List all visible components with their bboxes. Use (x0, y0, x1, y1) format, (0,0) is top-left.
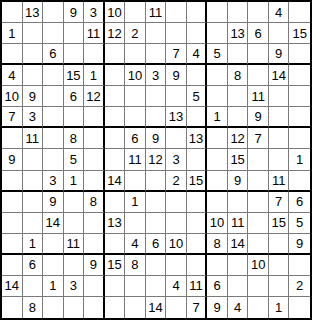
cell-r10c6[interactable] (105, 192, 126, 213)
cell-r9c7[interactable] (125, 171, 146, 192)
cell-r15c5[interactable] (84, 297, 105, 318)
cell-r13c9[interactable] (166, 255, 187, 276)
cell-r1c6: 10 (105, 2, 126, 23)
cell-r15c11: 9 (207, 297, 228, 318)
given-digit: 6 (255, 27, 262, 40)
cell-r7c1[interactable] (2, 128, 23, 149)
cell-r1c11[interactable] (207, 2, 228, 23)
cell-r5c15[interactable] (289, 86, 310, 107)
cell-r1c8: 11 (146, 2, 167, 23)
cell-r9c3: 3 (43, 171, 64, 192)
cell-r5c14[interactable] (269, 86, 290, 107)
cell-r8c2[interactable] (23, 149, 44, 170)
given-digit: 12 (148, 153, 162, 166)
cell-r1c14: 4 (269, 2, 290, 23)
cell-r8c14[interactable] (269, 149, 290, 170)
cell-r15c13[interactable] (248, 297, 269, 318)
given-digit: 12 (230, 132, 244, 145)
cell-r2c9[interactable] (166, 23, 187, 44)
given-digit: 1 (49, 279, 56, 292)
cell-r10c11[interactable] (207, 192, 228, 213)
cell-r4c11[interactable] (207, 65, 228, 86)
cell-r4c15[interactable] (289, 65, 310, 86)
cell-r10c4[interactable] (64, 192, 85, 213)
cell-r1c4: 9 (64, 2, 85, 23)
given-digit: 11 (231, 216, 245, 229)
cell-r10c14: 7 (269, 192, 290, 213)
cell-r11c11: 10 (207, 213, 228, 234)
cell-r13c13: 10 (248, 255, 269, 276)
cell-r6c3[interactable] (43, 107, 64, 128)
given-digit: 1 (296, 153, 303, 166)
cell-r2c4[interactable] (64, 23, 85, 44)
cell-r5c5: 12 (84, 86, 105, 107)
cell-r5c11[interactable] (207, 86, 228, 107)
cell-r11c6: 13 (105, 213, 126, 234)
given-digit: 1 (275, 301, 282, 314)
cell-r4c10[interactable] (187, 65, 208, 86)
cell-r4c14: 14 (269, 65, 290, 86)
given-digit: 1 (131, 195, 138, 208)
cell-r13c14[interactable] (269, 255, 290, 276)
cell-r12c13[interactable] (248, 234, 269, 255)
given-digit: 9 (255, 110, 262, 123)
cell-r11c7[interactable] (125, 213, 146, 234)
cell-r14c1: 14 (2, 276, 23, 297)
sudoku-board: 1393101141111221361567459415110398141096… (0, 0, 312, 320)
given-digit: 2 (296, 279, 303, 292)
given-digit: 11 (67, 237, 81, 250)
given-digit: 9 (234, 174, 241, 187)
given-digit: 2 (172, 174, 179, 187)
given-digit: 4 (192, 47, 199, 60)
cell-r8c3[interactable] (43, 149, 64, 170)
given-digit: 1 (8, 27, 15, 40)
cell-r10c10[interactable] (187, 192, 208, 213)
given-digit: 9 (152, 132, 159, 145)
cell-r12c1[interactable] (2, 234, 23, 255)
cell-r5c1: 10 (2, 86, 23, 107)
cell-r11c14: 15 (269, 213, 290, 234)
given-digit: 4 (131, 237, 138, 250)
cell-r10c5: 8 (84, 192, 105, 213)
cell-r13c1[interactable] (2, 255, 23, 276)
given-digit: 9 (90, 258, 97, 271)
cell-r3c9: 7 (166, 44, 187, 65)
given-digit: 15 (292, 27, 306, 40)
cell-r14c8[interactable] (146, 276, 167, 297)
cell-r12c12: 14 (228, 234, 249, 255)
given-digit: 11 (149, 6, 163, 19)
cell-r3c7[interactable] (125, 44, 146, 65)
given-digit: 11 (272, 174, 286, 187)
cell-r4c9: 9 (166, 65, 187, 86)
cell-r12c2: 1 (23, 234, 44, 255)
cell-r15c10: 7 (187, 297, 208, 318)
given-digit: 5 (213, 47, 220, 60)
cell-r15c6[interactable] (105, 297, 126, 318)
cell-r6c13: 9 (248, 107, 269, 128)
cell-r1c5: 3 (84, 2, 105, 23)
cell-r8c12: 15 (228, 149, 249, 170)
given-digit: 12 (107, 27, 121, 40)
given-digit: 6 (152, 237, 159, 250)
cell-r7c5[interactable] (84, 128, 105, 149)
given-digit: 14 (46, 216, 60, 229)
cell-r10c8[interactable] (146, 192, 167, 213)
cell-r2c14[interactable] (269, 23, 290, 44)
given-digit: 13 (169, 110, 183, 123)
given-digit: 9 (29, 90, 36, 103)
cell-r15c14: 1 (269, 297, 290, 318)
cell-r7c15[interactable] (289, 128, 310, 149)
cell-r9c13[interactable] (248, 171, 269, 192)
given-digit: 6 (213, 279, 220, 292)
cell-r12c9: 10 (166, 234, 187, 255)
cell-r14c15: 2 (289, 276, 310, 297)
cell-r9c5[interactable] (84, 171, 105, 192)
given-digit: 3 (172, 153, 179, 166)
cell-r14c10: 11 (187, 276, 208, 297)
cell-r2c12: 13 (228, 23, 249, 44)
cell-r3c4[interactable] (64, 44, 85, 65)
cell-r4c8: 3 (146, 65, 167, 86)
cell-r10c9[interactable] (166, 192, 187, 213)
cell-r13c2: 6 (23, 255, 44, 276)
cell-r15c15[interactable] (289, 297, 310, 318)
cell-r15c1[interactable] (2, 297, 23, 318)
cell-r2c11[interactable] (207, 23, 228, 44)
cell-r8c4: 5 (64, 149, 85, 170)
cell-r6c11: 1 (207, 107, 228, 128)
cell-r13c3[interactable] (43, 255, 64, 276)
given-digit: 9 (49, 195, 56, 208)
given-digit: 4 (172, 279, 179, 292)
cell-r13c8[interactable] (146, 255, 167, 276)
given-digit: 10 (169, 237, 183, 250)
cell-r6c15[interactable] (289, 107, 310, 128)
cell-r13c5: 9 (84, 255, 105, 276)
cell-r10c1[interactable] (2, 192, 23, 213)
cell-r14c14[interactable] (269, 276, 290, 297)
cell-r4c2[interactable] (23, 65, 44, 86)
cell-r14c3: 1 (43, 276, 64, 297)
cell-r2c13: 6 (248, 23, 269, 44)
cell-r7c4: 8 (64, 128, 85, 149)
cell-r9c14: 11 (269, 171, 290, 192)
cell-r1c7[interactable] (125, 2, 146, 23)
given-digit: 7 (255, 132, 262, 145)
given-digit: 5 (296, 216, 303, 229)
cell-r5c3[interactable] (43, 86, 64, 107)
cell-r1c12[interactable] (228, 2, 249, 23)
cell-r11c2[interactable] (23, 213, 44, 234)
cell-r11c8[interactable] (146, 213, 167, 234)
cell-r4c3[interactable] (43, 65, 64, 86)
given-digit: 11 (87, 27, 101, 40)
given-digit: 4 (275, 6, 282, 19)
cell-r12c11: 8 (207, 234, 228, 255)
given-digit: 10 (251, 258, 265, 271)
given-digit: 8 (90, 195, 97, 208)
given-digit: 3 (90, 6, 97, 19)
cell-r13c10[interactable] (187, 255, 208, 276)
cell-r10c15: 6 (289, 192, 310, 213)
cell-r12c6[interactable] (105, 234, 126, 255)
cell-r13c4[interactable] (64, 255, 85, 276)
given-digit: 15 (271, 216, 285, 229)
given-digit: 14 (230, 237, 244, 250)
cell-r2c3[interactable] (43, 23, 64, 44)
cell-r1c15[interactable] (289, 2, 310, 23)
given-digit: 14 (5, 279, 19, 292)
given-digit: 9 (296, 237, 303, 250)
cell-r10c12[interactable] (228, 192, 249, 213)
cell-r7c11[interactable] (207, 128, 228, 149)
cell-r13c12[interactable] (228, 255, 249, 276)
cell-r4c4: 15 (64, 65, 85, 86)
cell-r5c10: 5 (187, 86, 208, 107)
given-digit: 7 (192, 301, 199, 314)
cell-r2c10[interactable] (187, 23, 208, 44)
given-digit: 11 (128, 153, 142, 166)
cell-r13c15[interactable] (289, 255, 310, 276)
given-digit: 6 (49, 47, 56, 60)
cell-r1c3[interactable] (43, 2, 64, 23)
given-digit: 13 (189, 132, 203, 145)
cell-r7c14[interactable] (269, 128, 290, 149)
given-digit: 5 (70, 153, 77, 166)
given-digit: 10 (107, 6, 121, 19)
cell-r8c11[interactable] (207, 149, 228, 170)
cell-r3c10: 4 (187, 44, 208, 65)
cell-r1c9[interactable] (166, 2, 187, 23)
cell-r8c10[interactable] (187, 149, 208, 170)
given-digit: 12 (86, 90, 100, 103)
cell-r1c1[interactable] (2, 2, 23, 23)
cell-r10c7: 1 (125, 192, 146, 213)
cell-r5c4: 6 (64, 86, 85, 107)
cell-r9c8[interactable] (146, 171, 167, 192)
given-digit: 15 (230, 153, 244, 166)
cell-r11c3: 14 (43, 213, 64, 234)
given-digit: 8 (213, 237, 220, 250)
cell-r10c13[interactable] (248, 192, 269, 213)
given-digit: 6 (29, 258, 36, 271)
cell-r11c5[interactable] (84, 213, 105, 234)
cell-r14c7[interactable] (125, 276, 146, 297)
cell-r6c2: 3 (23, 107, 44, 128)
cell-r13c6: 15 (105, 255, 126, 276)
cell-r8c8: 12 (146, 149, 167, 170)
cell-r7c9[interactable] (166, 128, 187, 149)
cell-r7c6[interactable] (105, 128, 126, 149)
cell-r15c7[interactable] (125, 297, 146, 318)
cell-r8c5[interactable] (84, 149, 105, 170)
cell-r3c2[interactable] (23, 44, 44, 65)
cell-r2c1: 1 (2, 23, 23, 44)
cell-r4c6[interactable] (105, 65, 126, 86)
cell-r5c13: 11 (248, 86, 269, 107)
cell-r10c2[interactable] (23, 192, 44, 213)
cell-r12c3[interactable] (43, 234, 64, 255)
cell-r9c11[interactable] (207, 171, 228, 192)
cell-r11c10[interactable] (187, 213, 208, 234)
cell-r3c6[interactable] (105, 44, 126, 65)
given-digit: 3 (152, 69, 159, 82)
given-digit: 10 (128, 69, 142, 82)
cell-r14c4: 3 (64, 276, 85, 297)
given-digit: 6 (296, 195, 303, 208)
given-digit: 14 (271, 69, 285, 82)
cell-r6c7[interactable] (125, 107, 146, 128)
given-digit: 14 (107, 174, 121, 187)
cell-r3c15[interactable] (289, 44, 310, 65)
given-digit: 8 (70, 132, 77, 145)
cell-r5c6[interactable] (105, 86, 126, 107)
cell-r4c13[interactable] (248, 65, 269, 86)
cell-r9c1[interactable] (2, 171, 23, 192)
given-digit: 3 (49, 174, 56, 187)
given-digit: 15 (189, 174, 203, 187)
cell-r2c2[interactable] (23, 23, 44, 44)
cell-r13c11[interactable] (207, 255, 228, 276)
cell-r12c14[interactable] (269, 234, 290, 255)
cell-r5c9[interactable] (166, 86, 187, 107)
given-digit: 15 (66, 69, 80, 82)
cell-r11c4[interactable] (64, 213, 85, 234)
given-digit: 1 (90, 69, 97, 82)
cell-r14c13[interactable] (248, 276, 269, 297)
given-digit: 2 (131, 27, 138, 40)
cell-r2c5: 11 (84, 23, 105, 44)
given-digit: 9 (213, 301, 220, 314)
cell-r14c6[interactable] (105, 276, 126, 297)
cell-r3c14: 9 (269, 44, 290, 65)
given-digit: 11 (26, 132, 40, 145)
cell-r11c15: 5 (289, 213, 310, 234)
cell-r4c1: 4 (2, 65, 23, 86)
given-digit: 4 (234, 301, 241, 314)
cell-r5c8[interactable] (146, 86, 167, 107)
cell-r6c8[interactable] (146, 107, 167, 128)
cell-r2c6: 12 (105, 23, 126, 44)
cell-r6c14[interactable] (269, 107, 290, 128)
given-digit: 13 (107, 216, 121, 229)
cell-r8c9: 3 (166, 149, 187, 170)
cell-r14c12[interactable] (228, 276, 249, 297)
given-digit: 9 (275, 47, 282, 60)
given-digit: 8 (131, 258, 138, 271)
cell-r9c15[interactable] (289, 171, 310, 192)
cell-r6c5[interactable] (84, 107, 105, 128)
cell-r7c3[interactable] (43, 128, 64, 149)
cell-r8c7: 11 (125, 149, 146, 170)
cell-r8c13[interactable] (248, 149, 269, 170)
given-digit: 11 (189, 279, 203, 292)
cell-r3c11: 5 (207, 44, 228, 65)
cell-r7c8: 9 (146, 128, 167, 149)
cell-r6c9: 13 (166, 107, 187, 128)
given-digit: 14 (148, 301, 162, 314)
cell-r15c9[interactable] (166, 297, 187, 318)
cell-r1c10[interactable] (187, 2, 208, 23)
cell-r12c5[interactable] (84, 234, 105, 255)
cell-r15c4[interactable] (64, 297, 85, 318)
given-digit: 6 (131, 132, 138, 145)
cell-r3c5[interactable] (84, 44, 105, 65)
cell-r7c10: 13 (187, 128, 208, 149)
cell-r1c13[interactable] (248, 2, 269, 23)
cell-r9c9: 2 (166, 171, 187, 192)
cell-r11c9[interactable] (166, 213, 187, 234)
given-digit: 4 (8, 69, 15, 82)
given-digit: 5 (192, 90, 199, 103)
given-digit: 11 (251, 90, 265, 103)
cell-r14c2[interactable] (23, 276, 44, 297)
cell-r14c5[interactable] (84, 276, 105, 297)
cell-r11c12: 11 (228, 213, 249, 234)
given-digit: 10 (210, 216, 224, 229)
given-digit: 9 (172, 69, 179, 82)
cell-r5c2: 9 (23, 86, 44, 107)
cell-r12c8: 6 (146, 234, 167, 255)
cell-r4c12: 8 (228, 65, 249, 86)
cell-r12c10[interactable] (187, 234, 208, 255)
cell-r14c11: 6 (207, 276, 228, 297)
cell-r6c10[interactable] (187, 107, 208, 128)
given-digit: 13 (230, 27, 244, 40)
cell-r3c8[interactable] (146, 44, 167, 65)
cell-r3c1[interactable] (2, 44, 23, 65)
cell-r4c5: 1 (84, 65, 105, 86)
cell-r2c8[interactable] (146, 23, 167, 44)
cell-r8c6[interactable] (105, 149, 126, 170)
cell-r15c2: 8 (23, 297, 44, 318)
given-digit: 3 (70, 279, 77, 292)
cell-r8c15: 1 (289, 149, 310, 170)
given-digit: 1 (29, 237, 36, 250)
given-digit: 7 (8, 110, 15, 123)
cell-r3c13[interactable] (248, 44, 269, 65)
cell-r9c12: 9 (228, 171, 249, 192)
cell-r3c12[interactable] (228, 44, 249, 65)
cell-r5c12[interactable] (228, 86, 249, 107)
given-digit: 7 (275, 195, 282, 208)
cell-r7c2: 11 (23, 128, 44, 149)
cell-r11c13[interactable] (248, 213, 269, 234)
cell-r6c6[interactable] (105, 107, 126, 128)
cell-r4c7: 10 (125, 65, 146, 86)
given-digit: 1 (213, 110, 220, 123)
cell-r9c2[interactable] (23, 171, 44, 192)
cell-r15c3[interactable] (43, 297, 64, 318)
cell-r1c2: 13 (23, 2, 44, 23)
cell-r5c7[interactable] (125, 86, 146, 107)
given-digit: 9 (70, 6, 77, 19)
cell-r7c7: 6 (125, 128, 146, 149)
given-digit: 8 (234, 69, 241, 82)
cell-r9c6: 14 (105, 171, 126, 192)
cell-r11c1[interactable] (2, 213, 23, 234)
cell-r6c4[interactable] (64, 107, 85, 128)
cell-r10c3: 9 (43, 192, 64, 213)
cell-r9c4: 1 (64, 171, 85, 192)
cell-r6c1: 7 (2, 107, 23, 128)
given-digit: 10 (5, 90, 19, 103)
given-digit: 6 (70, 90, 77, 103)
cell-r6c12[interactable] (228, 107, 249, 128)
